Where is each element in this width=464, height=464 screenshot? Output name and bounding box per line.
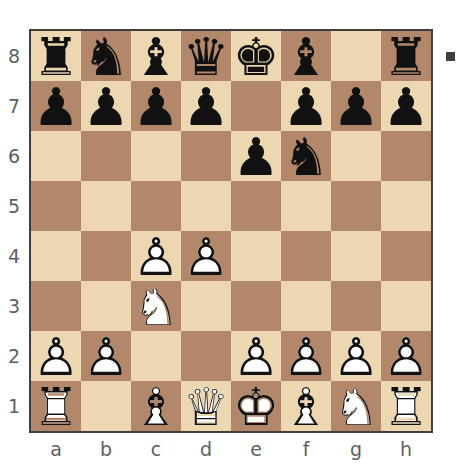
square-a2[interactable]: ♟︎♙: [31, 331, 81, 381]
square-h3[interactable]: [381, 281, 431, 331]
piece-white-pawn[interactable]: ♟︎♙: [381, 331, 431, 381]
square-c7[interactable]: ♟︎: [131, 81, 181, 131]
square-a8[interactable]: ♜: [31, 31, 81, 81]
black-piece-glyph: ♟︎: [331, 82, 381, 132]
white-piece-outline-glyph: ♙: [231, 332, 281, 382]
piece-white-pawn[interactable]: ♟︎♙: [81, 331, 131, 381]
piece-white-rook[interactable]: ♜♖: [381, 381, 431, 431]
square-h6[interactable]: [381, 131, 431, 181]
black-piece-glyph: ♝: [281, 32, 331, 82]
square-b4[interactable]: [81, 231, 131, 281]
square-b1[interactable]: [81, 381, 131, 431]
white-piece-outline-glyph: ♙: [381, 332, 431, 382]
square-d1[interactable]: ♛♕: [181, 381, 231, 431]
file-labels: abcdefgh: [31, 433, 431, 464]
white-piece-outline-glyph: ♙: [81, 332, 131, 382]
piece-black-pawn[interactable]: ♟︎: [381, 81, 431, 131]
white-piece-outline-glyph: ♙: [181, 232, 231, 282]
square-h1[interactable]: ♜♖: [381, 381, 431, 431]
piece-white-pawn[interactable]: ♟︎♙: [231, 331, 281, 381]
board: ♜♞♝♛♚♝♜♟︎♟︎♟︎♟︎♟︎♟︎♟︎♟︎♞♟︎♙♟︎♙♞♘♟︎♙♟︎♙♟︎…: [31, 31, 431, 431]
black-piece-glyph: ♜: [381, 32, 431, 82]
black-piece-glyph: ♟︎: [281, 82, 331, 132]
square-a4[interactable]: [31, 231, 81, 281]
black-piece-glyph: ♟︎: [231, 132, 281, 182]
square-e3[interactable]: [231, 281, 281, 331]
piece-black-pawn[interactable]: ♟︎: [131, 81, 181, 131]
square-b8[interactable]: ♞: [81, 31, 131, 81]
file-label-c: c: [131, 433, 181, 464]
square-c3[interactable]: ♞♘: [131, 281, 181, 331]
square-h4[interactable]: [381, 231, 431, 281]
file-label-g: g: [331, 433, 381, 464]
white-piece-outline-glyph: ♗: [281, 382, 331, 432]
square-g3[interactable]: [331, 281, 381, 331]
square-f3[interactable]: [281, 281, 331, 331]
square-e7[interactable]: [231, 81, 281, 131]
file-label-f: f: [281, 433, 331, 464]
square-c8[interactable]: ♝: [131, 31, 181, 81]
square-f6[interactable]: ♞: [281, 131, 331, 181]
white-piece-outline-glyph: ♙: [31, 332, 81, 382]
piece-white-pawn[interactable]: ♟︎♙: [31, 331, 81, 381]
square-c4[interactable]: ♟︎♙: [131, 231, 181, 281]
piece-black-rook[interactable]: ♜: [381, 31, 431, 81]
piece-white-pawn[interactable]: ♟︎♙: [331, 331, 381, 381]
white-piece-outline-glyph: ♙: [131, 232, 181, 282]
white-piece-outline-glyph: ♖: [381, 382, 431, 432]
file-label-b: b: [81, 433, 131, 464]
square-d7[interactable]: ♟︎: [181, 81, 231, 131]
piece-black-king[interactable]: ♚: [231, 31, 281, 81]
square-c5[interactable]: [131, 181, 181, 231]
square-c2[interactable]: [131, 331, 181, 381]
piece-white-knight[interactable]: ♞♘: [131, 281, 181, 331]
file-label-a: a: [31, 433, 81, 464]
square-d2[interactable]: [181, 331, 231, 381]
piece-white-queen[interactable]: ♛♕: [181, 381, 231, 431]
piece-white-pawn[interactable]: ♟︎♙: [181, 231, 231, 281]
file-label-h: h: [381, 433, 431, 464]
square-h7[interactable]: ♟︎: [381, 81, 431, 131]
white-piece-outline-glyph: ♘: [331, 382, 381, 432]
square-b3[interactable]: [81, 281, 131, 331]
square-a5[interactable]: [31, 181, 81, 231]
rank-label-3: 3: [0, 281, 29, 331]
chess-board-screenshot: 87654321 ♜♞♝♛♚♝♜♟︎♟︎♟︎♟︎♟︎♟︎♟︎♟︎♞♟︎♙♟︎♙♞…: [0, 0, 464, 464]
square-b7[interactable]: ♟︎: [81, 81, 131, 131]
white-piece-outline-glyph: ♙: [331, 332, 381, 382]
rank-label-5: 5: [0, 181, 29, 231]
black-piece-glyph: ♚: [231, 32, 281, 82]
file-label-d: d: [181, 433, 231, 464]
black-piece-glyph: ♞: [81, 32, 131, 82]
square-f8[interactable]: ♝: [281, 31, 331, 81]
piece-black-pawn[interactable]: ♟︎: [31, 81, 81, 131]
piece-black-pawn[interactable]: ♟︎: [81, 81, 131, 131]
piece-black-pawn[interactable]: ♟︎: [281, 81, 331, 131]
black-piece-glyph: ♛: [181, 32, 231, 82]
white-piece-outline-glyph: ♙: [281, 332, 331, 382]
square-e4[interactable]: [231, 231, 281, 281]
rank-label-7: 7: [0, 81, 29, 131]
piece-white-king[interactable]: ♚♔: [231, 381, 281, 431]
board-frame: ♜♞♝♛♚♝♜♟︎♟︎♟︎♟︎♟︎♟︎♟︎♟︎♞♟︎♙♟︎♙♞♘♟︎♙♟︎♙♟︎…: [29, 29, 433, 433]
square-d3[interactable]: [181, 281, 231, 331]
square-b5[interactable]: [81, 181, 131, 231]
black-to-move-indicator: [446, 52, 455, 61]
square-b2[interactable]: ♟︎♙: [81, 331, 131, 381]
piece-white-pawn[interactable]: ♟︎♙: [281, 331, 331, 381]
piece-white-pawn[interactable]: ♟︎♙: [131, 231, 181, 281]
square-e6[interactable]: ♟︎: [231, 131, 281, 181]
black-piece-glyph: ♝: [131, 32, 181, 82]
square-g4[interactable]: [331, 231, 381, 281]
piece-black-pawn[interactable]: ♟︎: [181, 81, 231, 131]
square-e1[interactable]: ♚♔: [231, 381, 281, 431]
white-piece-outline-glyph: ♘: [131, 282, 181, 332]
square-h5[interactable]: [381, 181, 431, 231]
black-piece-glyph: ♟︎: [181, 82, 231, 132]
piece-black-bishop[interactable]: ♝: [281, 31, 331, 81]
square-d8[interactable]: ♛: [181, 31, 231, 81]
rank-label-2: 2: [0, 331, 29, 381]
piece-black-bishop[interactable]: ♝: [131, 31, 181, 81]
piece-white-rook[interactable]: ♜♖: [31, 381, 81, 431]
white-piece-outline-glyph: ♗: [131, 382, 181, 432]
square-a6[interactable]: [31, 131, 81, 181]
rank-label-6: 6: [0, 131, 29, 181]
square-g6[interactable]: [331, 131, 381, 181]
piece-black-rook[interactable]: ♜: [31, 31, 81, 81]
black-piece-glyph: ♟︎: [131, 82, 181, 132]
square-e5[interactable]: [231, 181, 281, 231]
piece-black-queen[interactable]: ♛: [181, 31, 231, 81]
piece-black-knight[interactable]: ♞: [81, 31, 131, 81]
square-f4[interactable]: [281, 231, 331, 281]
piece-black-pawn[interactable]: ♟︎: [231, 131, 281, 181]
square-d6[interactable]: [181, 131, 231, 181]
square-b6[interactable]: [81, 131, 131, 181]
square-d5[interactable]: [181, 181, 231, 231]
piece-white-knight[interactable]: ♞♘: [331, 381, 381, 431]
square-c6[interactable]: [131, 131, 181, 181]
square-h8[interactable]: ♜: [381, 31, 431, 81]
rank-labels: 87654321: [0, 31, 29, 431]
black-piece-glyph: ♟︎: [81, 82, 131, 132]
square-d4[interactable]: ♟︎♙: [181, 231, 231, 281]
file-label-e: e: [231, 433, 281, 464]
black-piece-glyph: ♞: [281, 132, 331, 182]
square-c1[interactable]: ♝♗: [131, 381, 181, 431]
black-piece-glyph: ♟︎: [381, 82, 431, 132]
black-piece-glyph: ♜: [31, 32, 81, 82]
white-piece-outline-glyph: ♖: [31, 382, 81, 432]
square-g1[interactable]: ♞♘: [331, 381, 381, 431]
black-piece-glyph: ♟︎: [31, 82, 81, 132]
piece-black-pawn[interactable]: ♟︎: [331, 81, 381, 131]
piece-white-bishop[interactable]: ♝♗: [281, 381, 331, 431]
square-f1[interactable]: ♝♗: [281, 381, 331, 431]
square-f2[interactable]: ♟︎♙: [281, 331, 331, 381]
white-piece-outline-glyph: ♔: [231, 382, 281, 432]
square-g5[interactable]: [331, 181, 381, 231]
rank-label-4: 4: [0, 231, 29, 281]
square-g7[interactable]: ♟︎: [331, 81, 381, 131]
square-a3[interactable]: [31, 281, 81, 331]
piece-white-bishop[interactable]: ♝♗: [131, 381, 181, 431]
square-h2[interactable]: ♟︎♙: [381, 331, 431, 381]
square-e8[interactable]: ♚: [231, 31, 281, 81]
square-g8[interactable]: [331, 31, 381, 81]
rank-label-8: 8: [0, 31, 29, 81]
square-a1[interactable]: ♜♖: [31, 381, 81, 431]
rank-label-1: 1: [0, 381, 29, 431]
square-g2[interactable]: ♟︎♙: [331, 331, 381, 381]
square-f5[interactable]: [281, 181, 331, 231]
square-a7[interactable]: ♟︎: [31, 81, 81, 131]
square-e2[interactable]: ♟︎♙: [231, 331, 281, 381]
piece-black-knight[interactable]: ♞: [281, 131, 331, 181]
square-f7[interactable]: ♟︎: [281, 81, 331, 131]
white-piece-outline-glyph: ♕: [181, 382, 231, 432]
